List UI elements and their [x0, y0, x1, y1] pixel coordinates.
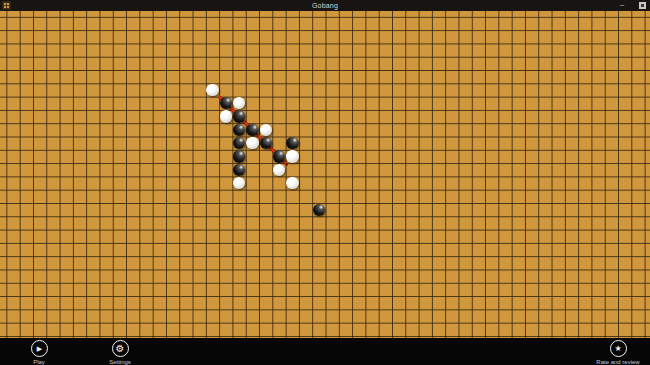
- white-stone: [220, 110, 232, 122]
- white-stone: [206, 84, 218, 96]
- black-stone: [233, 137, 245, 149]
- black-stone: [313, 204, 325, 216]
- settings-button[interactable]: ⚙ Settings: [98, 340, 142, 365]
- white-stone: [260, 124, 272, 136]
- black-stone: [273, 150, 285, 162]
- play-button[interactable]: ▶ Play: [17, 340, 61, 365]
- settings-button-label: Settings: [109, 359, 131, 365]
- black-stone: [233, 164, 245, 176]
- window-title: Gobang: [0, 0, 650, 11]
- bottom-app-bar: ▶ Play ⚙ Settings ★ Rate and review: [0, 338, 650, 365]
- close-button[interactable]: [639, 2, 646, 9]
- play-icon: ▶: [36, 341, 42, 356]
- black-stone: [260, 137, 272, 149]
- black-stone: [233, 110, 245, 122]
- star-icon: ★: [614, 341, 621, 356]
- white-stone: [246, 137, 258, 149]
- gear-icon: ⚙: [116, 341, 125, 356]
- minimize-button[interactable]: –: [616, 0, 628, 11]
- win-line: [0, 11, 650, 338]
- play-button-circle: ▶: [31, 340, 48, 357]
- black-stone: [246, 124, 258, 136]
- game-board[interactable]: [0, 11, 650, 338]
- white-stone: [233, 177, 245, 189]
- rate-button-circle: ★: [610, 340, 627, 357]
- black-stone: [233, 150, 245, 162]
- white-stone: [286, 150, 298, 162]
- rate-button-label: Rate and review: [596, 359, 639, 365]
- white-stone: [286, 177, 298, 189]
- rate-and-review-button[interactable]: ★ Rate and review: [588, 340, 648, 365]
- black-stone: [220, 97, 232, 109]
- title-bar: Gobang –: [0, 0, 650, 11]
- black-stone: [233, 124, 245, 136]
- black-stone: [286, 137, 298, 149]
- white-stone: [273, 164, 285, 176]
- white-stone: [233, 97, 245, 109]
- play-button-label: Play: [33, 359, 45, 365]
- settings-button-circle: ⚙: [112, 340, 129, 357]
- gobang-app-window: Gobang – ▶ Play ⚙ Settings ★ Rate and re…: [0, 0, 650, 365]
